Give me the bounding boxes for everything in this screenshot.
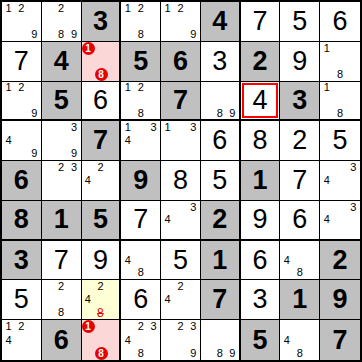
cell-value: 7 <box>333 327 348 354</box>
cell-r4c2[interactable]: 39 <box>42 121 82 161</box>
candidate-grid: 23 <box>42 161 81 200</box>
candidate-grid: 89 <box>201 320 239 360</box>
candidate-slot: 4 <box>320 174 333 187</box>
cell-value: 3 <box>253 286 268 313</box>
cell-r7c4[interactable]: 48 <box>121 241 161 281</box>
cell-r8c6[interactable]: 7 <box>201 280 241 320</box>
candidate-slot: 4 <box>161 213 174 226</box>
candidate-digit: 3 <box>190 321 196 332</box>
cell-value: 4 <box>253 87 268 114</box>
candidate-slot: 8 <box>134 28 147 41</box>
cell-value: 7 <box>253 8 268 35</box>
candidate-slot: 8 <box>333 107 346 120</box>
candidate-slot: 2 <box>55 161 68 174</box>
cell-r3c3[interactable]: 6 <box>82 82 122 122</box>
candidate-grid: 48 <box>121 241 160 280</box>
cell-r1c3[interactable]: 3 <box>82 2 122 42</box>
candidate-circled: 8 <box>95 347 108 360</box>
cell-r5c5[interactable]: 8 <box>161 161 201 201</box>
cell-r4c9[interactable]: 5 <box>320 121 360 161</box>
sudoku-board: 1292893128129475674185632918129561287894… <box>0 0 362 362</box>
candidate-digit: 9 <box>190 29 196 40</box>
cell-r9c7[interactable]: 5 <box>241 320 281 360</box>
candidate-digit: 1 <box>5 321 11 332</box>
candidate-slot: 3 <box>187 201 200 214</box>
candidate-slot: 4 <box>2 134 15 147</box>
candidate-digit: 1 <box>165 122 171 133</box>
candidate-slot: 4 <box>82 174 95 187</box>
candidate-digit: 9 <box>31 148 37 159</box>
cell-r9c9[interactable]: 7 <box>320 320 360 360</box>
cell-r7c5[interactable]: 5 <box>161 241 201 281</box>
candidate-slot: 8 <box>55 306 68 319</box>
candidate-digit: 4 <box>324 214 330 225</box>
cell-r2c8[interactable]: 9 <box>280 42 320 82</box>
candidate-slot: 8 <box>213 347 226 360</box>
candidate-slot: 2 <box>134 82 147 95</box>
cell-value: 7 <box>14 48 29 75</box>
candidate-slot: 2 <box>55 280 68 293</box>
candidate-slot: 2 <box>174 2 187 15</box>
candidate-grid: 34 <box>320 161 360 200</box>
cell-r6c9[interactable]: 34 <box>320 201 360 241</box>
candidate-slot: 9 <box>226 347 239 360</box>
cell-value: 5 <box>333 127 348 154</box>
candidate-slot: 2 <box>134 2 147 15</box>
candidate-grid: 129 <box>161 2 200 41</box>
cell-value: 8 <box>173 167 188 194</box>
candidate-grid: 48 <box>280 320 319 360</box>
cell-value: 6 <box>292 206 307 233</box>
candidate-circled: 8 <box>95 68 108 81</box>
cell-value: 2 <box>253 48 268 75</box>
cell-r6c5[interactable]: 34 <box>161 201 201 241</box>
cell-value: 6 <box>212 127 227 154</box>
cell-r1c8[interactable]: 5 <box>280 2 320 42</box>
candidate-digit: 2 <box>138 321 144 332</box>
cell-value: 5 <box>54 87 69 114</box>
candidate-digit: 2 <box>97 281 103 292</box>
cell-value: 1 <box>292 286 307 313</box>
candidate-grid: 24 <box>82 161 120 200</box>
cell-r8c3[interactable]: 248 <box>82 280 122 320</box>
candidate-grid: 129 <box>2 82 41 120</box>
candidate-grid: 129 <box>2 2 41 41</box>
cell-value: 5 <box>14 286 29 313</box>
cell-r9c8[interactable]: 48 <box>280 320 320 360</box>
candidate-grid: 24 <box>161 280 200 319</box>
cell-r1c7[interactable]: 7 <box>241 2 281 42</box>
candidate-digit: 9 <box>71 148 77 159</box>
cell-value: 6 <box>93 87 108 114</box>
cell-r8c7[interactable]: 3 <box>241 280 281 320</box>
cell-r5c4[interactable]: 9 <box>121 161 161 201</box>
candidate-digit: 3 <box>190 122 196 133</box>
candidate-slot: 8 <box>94 306 107 319</box>
candidate-slot: 2 <box>15 2 28 15</box>
candidate-digit: 4 <box>284 255 290 266</box>
cell-r6c3[interactable]: 5 <box>82 201 122 241</box>
candidate-digit: 4 <box>165 294 171 305</box>
candidate-grid: 13 <box>161 121 200 160</box>
cell-value: 7 <box>212 286 227 313</box>
candidate-grid: 28 <box>42 280 81 319</box>
cell-value: 9 <box>253 206 268 233</box>
candidate-digit: 3 <box>151 122 157 133</box>
candidate-slot: 1 <box>82 320 95 333</box>
candidate-digit: 8 <box>58 307 64 318</box>
cell-r2c1[interactable]: 7 <box>2 42 42 82</box>
candidate-grid: 239 <box>161 320 200 360</box>
candidate-digit: 8 <box>297 348 303 359</box>
cell-r9c1[interactable]: 124 <box>2 320 42 360</box>
candidate-digit: 4 <box>85 175 91 186</box>
candidate-digit: 1 <box>324 43 330 54</box>
cell-value: 6 <box>173 48 188 75</box>
cell-r2c5[interactable]: 6 <box>161 42 201 82</box>
candidate-grid: 34 <box>161 201 200 239</box>
cell-r2c3[interactable]: 18 <box>82 42 122 82</box>
candidate-slot: 1 <box>2 320 15 333</box>
candidate-slot: 9 <box>68 147 81 160</box>
candidate-digit: 8 <box>297 267 303 278</box>
candidate-slot: 4 <box>2 333 15 346</box>
candidate-slot: 9 <box>68 28 81 41</box>
cell-r7c7[interactable]: 6 <box>241 241 281 281</box>
cell-r1c6[interactable]: 4 <box>201 2 241 42</box>
cell-value: 4 <box>212 8 227 35</box>
candidate-digit: 8 <box>217 348 223 359</box>
cell-r8c2[interactable]: 28 <box>42 280 82 320</box>
cell-value: 6 <box>14 167 29 194</box>
candidate-slot: 8 <box>333 68 346 81</box>
candidate-digit: 9 <box>71 29 77 40</box>
cell-value: 3 <box>212 48 227 75</box>
cell-r4c5[interactable]: 13 <box>161 121 201 161</box>
cell-value: 3 <box>292 87 307 114</box>
candidate-digit: 4 <box>324 175 330 186</box>
cell-r8c1[interactable]: 5 <box>2 280 42 320</box>
cell-r8c9[interactable]: 9 <box>320 280 360 320</box>
cell-r1c1[interactable]: 129 <box>2 2 42 42</box>
candidate-slot: 2 <box>174 280 187 293</box>
candidate-grid: 18 <box>320 42 360 81</box>
candidate-digit: 4 <box>125 255 131 266</box>
cell-r8c4[interactable]: 6 <box>121 280 161 320</box>
cell-value: 6 <box>133 286 148 313</box>
candidate-slot: 9 <box>28 28 41 41</box>
candidate-slot: 1 <box>320 82 333 95</box>
cell-r3c8[interactable]: 3 <box>280 82 320 122</box>
cell-r6c7[interactable]: 9 <box>241 201 281 241</box>
candidate-digit: 4 <box>125 335 131 346</box>
candidate-digit: 1 <box>324 82 330 93</box>
cell-r4c3[interactable]: 7 <box>82 121 122 161</box>
cell-r7c1[interactable]: 3 <box>2 241 42 281</box>
cell-r6c1[interactable]: 8 <box>2 201 42 241</box>
candidate-grid: 128 <box>121 2 160 41</box>
cell-r9c3[interactable]: 18 <box>82 320 122 360</box>
cell-r9c5[interactable]: 239 <box>161 320 201 360</box>
candidate-slot: 8 <box>293 267 306 280</box>
cell-value: 2 <box>292 127 307 154</box>
cell-r9c4[interactable]: 2348 <box>121 320 161 360</box>
candidate-digit: 8 <box>138 267 144 278</box>
candidate-slot: 1 <box>121 2 134 15</box>
cell-r5c6[interactable]: 5 <box>201 161 241 201</box>
cell-r6c6[interactable]: 2 <box>201 201 241 241</box>
candidate-slot: 1 <box>121 82 134 95</box>
candidate-grid: 124 <box>2 320 41 360</box>
candidate-slot: 4 <box>82 293 95 306</box>
candidate-slot: 3 <box>147 121 160 134</box>
cell-r4c7[interactable]: 8 <box>241 121 281 161</box>
cell-value: 5 <box>212 167 227 194</box>
cell-r2c7[interactable]: 2 <box>241 42 281 82</box>
candidate-slot: 1 <box>82 42 95 55</box>
cell-r1c5[interactable]: 129 <box>161 2 201 42</box>
cell-r3c6[interactable]: 89 <box>201 82 241 122</box>
candidate-digit: 3 <box>151 321 157 332</box>
cell-r8c8[interactable]: 1 <box>280 280 320 320</box>
cell-r2c2[interactable]: 4 <box>42 42 82 82</box>
cell-value: 5 <box>173 247 188 274</box>
cell-r6c8[interactable]: 6 <box>280 201 320 241</box>
candidate-digit: 2 <box>177 321 183 332</box>
cell-value: 5 <box>133 48 148 75</box>
cell-r2c6[interactable]: 3 <box>201 42 241 82</box>
candidate-slot: 2 <box>15 320 28 333</box>
candidate-slot: 2 <box>55 2 68 15</box>
candidate-digit: 1 <box>5 3 11 14</box>
cell-value: 7 <box>93 127 108 154</box>
cell-value: 6 <box>333 8 348 35</box>
candidate-digit: 3 <box>71 122 77 133</box>
cell-value: 1 <box>212 247 227 274</box>
candidate-digit: 2 <box>177 281 183 292</box>
cell-value: 2 <box>212 206 227 233</box>
candidate-slot: 4 <box>320 213 333 226</box>
cell-value: 8 <box>253 127 268 154</box>
cell-value: 3 <box>93 8 108 35</box>
candidate-slot: 9 <box>187 347 200 360</box>
candidate-digit: 1 <box>125 122 131 133</box>
candidate-digit: 4 <box>5 135 11 146</box>
candidate-digit: 4 <box>85 294 91 305</box>
cell-value: 1 <box>253 167 268 194</box>
candidate-digit: 8 <box>138 348 144 359</box>
candidate-slot: 9 <box>226 107 239 120</box>
cell-r5c2[interactable]: 23 <box>42 161 82 201</box>
candidate-digit: 2 <box>18 321 24 332</box>
cell-r3c9[interactable]: 18 <box>320 82 360 122</box>
candidate-digit: 4 <box>284 335 290 346</box>
candidate-grid: 48 <box>280 241 319 280</box>
candidate-digit: 1 <box>165 3 171 14</box>
candidate-slot: 3 <box>68 121 81 134</box>
cell-r2c9[interactable]: 18 <box>320 42 360 82</box>
candidate-grid: 18 <box>82 320 120 360</box>
candidate-slot: 8 <box>293 347 306 360</box>
cell-value: 6 <box>253 247 268 274</box>
cell-value: 4 <box>54 48 69 75</box>
candidate-digit: 2 <box>138 82 144 93</box>
cell-r4c8[interactable]: 2 <box>280 121 320 161</box>
candidate-circled: 1 <box>82 42 95 55</box>
candidate-digit: 4 <box>125 135 131 146</box>
candidate-digit: 8 <box>337 69 343 80</box>
cell-r6c2[interactable]: 1 <box>42 201 82 241</box>
candidate-digit: 2 <box>18 3 24 14</box>
cell-r1c9[interactable]: 6 <box>320 2 360 42</box>
candidate-digit: 4 <box>5 335 11 346</box>
candidate-slot: 3 <box>187 320 200 333</box>
cell-r7c6[interactable]: 1 <box>201 241 241 281</box>
cell-r4c4[interactable]: 134 <box>121 121 161 161</box>
candidate-digit: 2 <box>58 3 64 14</box>
cell-value: 5 <box>93 206 108 233</box>
candidate-slot: 1 <box>161 121 174 134</box>
candidate-slot: 4 <box>161 293 174 306</box>
cell-value: 5 <box>253 327 268 354</box>
candidate-digit: 8 <box>217 108 223 119</box>
candidate-digit: 3 <box>350 162 356 173</box>
cell-r1c2[interactable]: 289 <box>42 2 82 42</box>
candidate-grid: 248 <box>82 280 120 319</box>
candidate-digit: 3 <box>71 162 77 173</box>
cell-r9c6[interactable]: 89 <box>201 320 241 360</box>
cell-value: 9 <box>93 247 108 274</box>
candidate-grid: 128 <box>121 82 160 120</box>
candidate-slot: 8 <box>95 347 108 360</box>
candidate-slot: 4 <box>121 254 134 267</box>
cell-value: 5 <box>292 8 307 35</box>
cell-r6c4[interactable]: 7 <box>121 201 161 241</box>
candidate-digit: 9 <box>229 348 235 359</box>
candidate-slot: 9 <box>187 28 200 41</box>
candidate-digit: 9 <box>31 29 37 40</box>
cell-r5c8[interactable]: 7 <box>280 161 320 201</box>
cell-r4c1[interactable]: 49 <box>2 121 42 161</box>
candidate-grid: 134 <box>121 121 160 160</box>
candidate-slot: 3 <box>347 201 360 214</box>
candidate-slot: 8 <box>55 28 68 41</box>
cell-r3c5[interactable]: 7 <box>161 82 201 122</box>
candidate-digit: 1 <box>125 82 131 93</box>
cell-r3c7[interactable]: 4 <box>241 82 281 122</box>
candidate-slot: 2 <box>134 320 147 333</box>
cell-value: 8 <box>14 206 29 233</box>
candidate-digit: 2 <box>97 162 103 173</box>
candidate-slot: 3 <box>147 320 160 333</box>
candidate-slot: 2 <box>174 320 187 333</box>
cell-value: 7 <box>133 206 148 233</box>
cell-r5c3[interactable]: 24 <box>82 161 122 201</box>
cell-value: 7 <box>173 87 188 114</box>
candidate-digit: 8 <box>337 108 343 119</box>
cell-r5c7[interactable]: 1 <box>241 161 281 201</box>
candidate-digit: 1 <box>5 82 11 93</box>
cell-r7c3[interactable]: 9 <box>82 241 122 281</box>
cell-r2c4[interactable]: 5 <box>121 42 161 82</box>
candidate-digit: 4 <box>165 214 171 225</box>
cell-r4c6[interactable]: 6 <box>201 121 241 161</box>
candidate-slot: 1 <box>2 82 15 95</box>
cell-value: 3 <box>14 247 29 274</box>
candidate-slot: 4 <box>121 333 134 346</box>
candidate-slot: 9 <box>28 107 41 120</box>
candidate-slot: 8 <box>134 347 147 360</box>
candidate-digit: 2 <box>177 3 183 14</box>
cell-value: 2 <box>333 247 348 274</box>
cell-value: 9 <box>133 167 148 194</box>
candidate-slot: 3 <box>347 161 360 174</box>
cell-r5c9[interactable]: 34 <box>320 161 360 201</box>
candidate-digit: 8 <box>138 29 144 40</box>
cell-value: 7 <box>292 167 307 194</box>
candidate-grid: 89 <box>201 82 239 120</box>
candidate-slot: 1 <box>320 42 333 55</box>
candidate-digit: 8 <box>138 108 144 119</box>
candidate-slot: 1 <box>2 2 15 15</box>
cell-r5c1[interactable]: 6 <box>2 161 42 201</box>
candidate-digit: 9 <box>31 108 37 119</box>
candidate-digit: 9 <box>190 348 196 359</box>
candidate-digit: 2 <box>58 281 64 292</box>
candidate-digit: 8 <box>58 29 64 40</box>
candidate-grid: 34 <box>320 201 360 239</box>
cell-value: 6 <box>54 327 69 354</box>
candidate-digit: 9 <box>229 108 235 119</box>
cell-r1c4[interactable]: 128 <box>121 2 161 42</box>
candidate-slot: 3 <box>187 121 200 134</box>
cell-r8c5[interactable]: 24 <box>161 280 201 320</box>
candidate-digit: 2 <box>58 162 64 173</box>
candidate-digit: 3 <box>350 202 356 213</box>
candidate-slot: 8 <box>95 68 108 81</box>
candidate-slot: 8 <box>213 107 226 120</box>
candidate-slot: 2 <box>15 82 28 95</box>
candidate-slot: 8 <box>134 267 147 280</box>
cell-r7c2[interactable]: 7 <box>42 241 82 281</box>
cell-value: 1 <box>54 206 69 233</box>
cell-value: 9 <box>333 286 348 313</box>
cell-r7c8[interactable]: 48 <box>280 241 320 281</box>
cell-r3c2[interactable]: 5 <box>42 82 82 122</box>
candidate-slot: 8 <box>134 107 147 120</box>
candidate-grid: 289 <box>42 2 81 41</box>
cell-r7c9[interactable]: 2 <box>320 241 360 281</box>
cell-r9c2[interactable]: 6 <box>42 320 82 360</box>
candidate-digit: 2 <box>138 3 144 14</box>
candidate-digit: 3 <box>190 202 196 213</box>
candidate-slot: 1 <box>121 121 134 134</box>
candidate-eliminated: 8 <box>97 307 104 319</box>
candidate-slot: 4 <box>280 254 293 267</box>
candidate-slot: 4 <box>280 333 293 346</box>
candidate-slot: 3 <box>68 161 81 174</box>
candidate-slot: 2 <box>94 161 107 174</box>
candidate-slot: 1 <box>161 2 174 15</box>
candidate-circled: 1 <box>82 320 95 333</box>
candidate-digit: 2 <box>18 82 24 93</box>
candidate-grid: 49 <box>2 121 41 160</box>
candidate-grid: 39 <box>42 121 81 160</box>
candidate-slot: 2 <box>94 280 107 293</box>
cell-r3c4[interactable]: 128 <box>121 82 161 122</box>
cell-r3c1[interactable]: 129 <box>2 82 42 122</box>
cell-value: 9 <box>292 48 307 75</box>
